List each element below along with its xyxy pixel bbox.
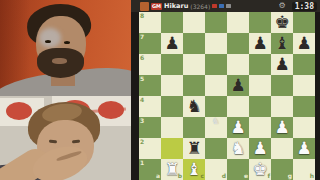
square-c5[interactable] bbox=[183, 75, 205, 96]
square-f1[interactable]: f♚ bbox=[249, 159, 271, 180]
rank-label-6: 6 bbox=[140, 55, 144, 61]
square-a1[interactable]: 1a bbox=[139, 159, 161, 180]
square-e2[interactable]: ♞ bbox=[227, 138, 249, 159]
square-c6[interactable] bbox=[183, 54, 205, 75]
badge-icon bbox=[226, 4, 231, 8]
square-b6[interactable] bbox=[161, 54, 183, 75]
black-clock: 1:38 bbox=[292, 2, 317, 11]
square-h4[interactable] bbox=[293, 96, 315, 117]
square-f8[interactable] bbox=[249, 12, 271, 33]
piece-white-bishop[interactable]: ♝ bbox=[186, 159, 201, 180]
chess-panel: GM Hikaru (3264) ⚙ 1:38 8♚7♟♟♝♟6♟5♟4♞3♞♟… bbox=[131, 0, 320, 180]
rank-label-4: 4 bbox=[140, 97, 144, 103]
poster-art bbox=[6, 102, 32, 120]
square-d8[interactable] bbox=[205, 12, 227, 33]
chess-board: 8♚7♟♟♝♟6♟5♟4♞3♞♟♟2♜♞♟♟1ab♜c♝def♚gh bbox=[139, 12, 315, 180]
opponent-info-bar: GM Hikaru (3264) ⚙ 1:38 bbox=[131, 0, 320, 12]
square-b3[interactable] bbox=[161, 117, 183, 138]
piece-white-pawn[interactable]: ♟ bbox=[230, 117, 245, 138]
square-g4[interactable] bbox=[271, 96, 293, 117]
piece-black-pawn[interactable]: ♟ bbox=[252, 33, 267, 54]
piece-black-pawn[interactable]: ♟ bbox=[296, 33, 311, 54]
flag-icon bbox=[219, 4, 224, 8]
piece-black-pawn[interactable]: ♟ bbox=[164, 33, 179, 54]
square-f2[interactable]: ♟ bbox=[249, 138, 271, 159]
rank-label-5: 5 bbox=[140, 76, 144, 82]
title-badge: GM bbox=[151, 3, 162, 10]
square-h7[interactable]: ♟ bbox=[293, 33, 315, 54]
square-e1[interactable]: e bbox=[227, 159, 249, 180]
square-h6[interactable] bbox=[293, 54, 315, 75]
square-f6[interactable] bbox=[249, 54, 271, 75]
rank-label-7: 7 bbox=[140, 34, 144, 40]
square-d4[interactable] bbox=[205, 96, 227, 117]
webcam-column bbox=[0, 0, 131, 180]
square-a3[interactable]: 3 bbox=[139, 117, 161, 138]
piece-white-king[interactable]: ♚ bbox=[252, 159, 267, 180]
square-e7[interactable] bbox=[227, 33, 249, 54]
square-b4[interactable] bbox=[161, 96, 183, 117]
square-h5[interactable] bbox=[293, 75, 315, 96]
piece-white-knight[interactable]: ♞ bbox=[230, 138, 245, 159]
square-f5[interactable] bbox=[249, 75, 271, 96]
stream-screenshot: GM Hikaru (3264) ⚙ 1:38 8♚7♟♟♝♟6♟5♟4♞3♞♟… bbox=[0, 0, 320, 180]
piece-black-pawn[interactable]: ♟ bbox=[274, 54, 289, 75]
opponent-rating: (3264) bbox=[190, 3, 210, 10]
rank-label-1: 1 bbox=[140, 160, 144, 166]
square-a2[interactable]: 2 bbox=[139, 138, 161, 159]
piece-black-bishop[interactable]: ♝ bbox=[274, 33, 289, 54]
rank-label-2: 2 bbox=[140, 139, 144, 145]
square-e5[interactable]: ♟ bbox=[227, 75, 249, 96]
piece-white-pawn[interactable]: ♟ bbox=[274, 117, 289, 138]
square-g8[interactable]: ♚ bbox=[271, 12, 293, 33]
move-hint-knight-icon: ♞ bbox=[212, 117, 220, 126]
opponent-avatar[interactable] bbox=[140, 2, 149, 11]
square-g1[interactable]: g bbox=[271, 159, 293, 180]
flag-icon bbox=[212, 4, 217, 8]
square-g3[interactable]: ♟ bbox=[271, 117, 293, 138]
square-d2[interactable] bbox=[205, 138, 227, 159]
file-label-c: c bbox=[200, 173, 204, 179]
piece-black-pawn[interactable]: ♟ bbox=[230, 75, 245, 96]
file-label-b: b bbox=[178, 173, 182, 179]
webcam-top-player bbox=[0, 0, 131, 96]
piece-black-rook[interactable]: ♜ bbox=[186, 138, 201, 159]
square-d7[interactable] bbox=[205, 33, 227, 54]
square-d6[interactable] bbox=[205, 54, 227, 75]
square-b2[interactable] bbox=[161, 138, 183, 159]
piece-white-pawn[interactable]: ♟ bbox=[252, 138, 267, 159]
square-h8[interactable] bbox=[293, 12, 315, 33]
square-e4[interactable] bbox=[227, 96, 249, 117]
square-e3[interactable]: ♟ bbox=[227, 117, 249, 138]
screen-glare bbox=[39, 28, 61, 48]
file-label-d: d bbox=[222, 173, 226, 179]
rank-label-3: 3 bbox=[140, 118, 144, 124]
settings-gear-icon[interactable]: ⚙ bbox=[279, 0, 286, 12]
square-c1[interactable]: c♝ bbox=[183, 159, 205, 180]
file-label-a: a bbox=[156, 173, 160, 179]
webcam-bottom-player bbox=[0, 96, 131, 180]
square-f3[interactable] bbox=[249, 117, 271, 138]
square-c7[interactable] bbox=[183, 33, 205, 54]
square-c8[interactable] bbox=[183, 12, 205, 33]
top-player-mouth bbox=[52, 58, 67, 64]
square-b8[interactable] bbox=[161, 12, 183, 33]
square-e8[interactable] bbox=[227, 12, 249, 33]
square-c3[interactable] bbox=[183, 117, 205, 138]
piece-black-knight[interactable]: ♞ bbox=[186, 96, 201, 117]
square-e6[interactable] bbox=[227, 54, 249, 75]
square-d5[interactable] bbox=[205, 75, 227, 96]
square-g7[interactable]: ♝ bbox=[271, 33, 293, 54]
opponent-name[interactable]: Hikaru bbox=[164, 2, 188, 10]
file-label-f: f bbox=[267, 173, 270, 179]
square-a7[interactable]: 7 bbox=[139, 33, 161, 54]
piece-white-pawn[interactable]: ♟ bbox=[296, 138, 311, 159]
square-c2[interactable]: ♜ bbox=[183, 138, 205, 159]
square-g6[interactable]: ♟ bbox=[271, 54, 293, 75]
square-f7[interactable]: ♟ bbox=[249, 33, 271, 54]
file-label-e: e bbox=[244, 173, 248, 179]
square-h2[interactable]: ♟ bbox=[293, 138, 315, 159]
file-label-h: h bbox=[310, 173, 314, 179]
square-a4[interactable]: 4 bbox=[139, 96, 161, 117]
square-c4[interactable]: ♞ bbox=[183, 96, 205, 117]
square-b7[interactable]: ♟ bbox=[161, 33, 183, 54]
top-player-eye bbox=[45, 40, 51, 43]
square-g5[interactable] bbox=[271, 75, 293, 96]
square-f4[interactable] bbox=[249, 96, 271, 117]
square-b1[interactable]: b♜ bbox=[161, 159, 183, 180]
square-d3[interactable]: ♞ bbox=[205, 117, 227, 138]
square-h3[interactable] bbox=[293, 117, 315, 138]
top-player-eye bbox=[64, 41, 70, 44]
square-h1[interactable]: h bbox=[293, 159, 315, 180]
square-d1[interactable]: d bbox=[205, 159, 227, 180]
square-a5[interactable]: 5 bbox=[139, 75, 161, 96]
square-b5[interactable] bbox=[161, 75, 183, 96]
piece-black-king[interactable]: ♚ bbox=[274, 12, 289, 33]
square-a8[interactable]: 8 bbox=[139, 12, 161, 33]
square-a6[interactable]: 6 bbox=[139, 54, 161, 75]
file-label-g: g bbox=[288, 173, 292, 179]
rank-label-8: 8 bbox=[140, 13, 144, 19]
square-g2[interactable] bbox=[271, 138, 293, 159]
